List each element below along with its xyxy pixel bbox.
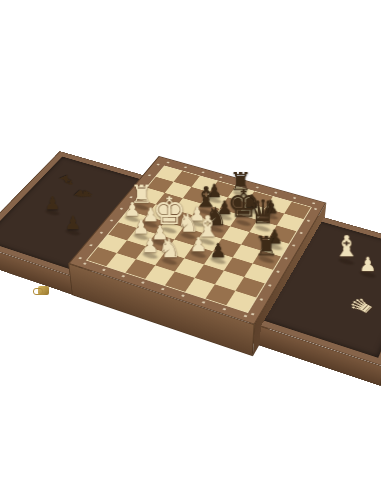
frame-inlay-dot <box>181 294 185 297</box>
frame-inlay-dot <box>161 288 165 291</box>
frame-inlay-dot <box>89 244 93 247</box>
frame-inlay-dot <box>78 257 82 260</box>
frame-inlay-dot <box>184 166 188 168</box>
product-photo: ♜♟♟♟♚♞♝♟♟♟♟♞♜♟♟♟♝♟♚♛♞♟♜♟♝♞♟♟♝♟♛ <box>0 0 381 492</box>
frame-inlay-dot <box>121 275 125 278</box>
black-pawn-glyph: ♟ <box>24 194 81 212</box>
frame-inlay-dot <box>201 171 205 173</box>
black-pawn-glyph: ♟ <box>44 214 102 232</box>
frame-inlay-dot <box>307 220 311 223</box>
frame-inlay-dot <box>141 281 145 284</box>
frame-inlay-dot <box>243 315 247 318</box>
frame-inlay-dot <box>102 268 106 271</box>
frame-inlay-dot <box>166 161 170 163</box>
frame-inlay-dot <box>148 174 152 176</box>
square-a1 <box>87 247 116 266</box>
frame-inlay-dot <box>268 284 272 287</box>
frame-inlay-dot <box>251 313 255 316</box>
scene: ♜♟♟♟♚♞♝♟♟♟♟♞♜♟♟♟♝♟♚♛♞♟♜♟♝♞♟♟♝♟♛ <box>0 0 381 492</box>
brass-clasp <box>33 284 50 296</box>
frame-inlay-dot <box>276 270 280 273</box>
white-pawn-glyph: ♟ <box>337 255 381 274</box>
frame-inlay-dot <box>156 164 160 166</box>
frame-inlay-dot <box>83 262 87 265</box>
frame-inlay-dot <box>259 298 263 301</box>
frame-inlay-dot <box>99 231 103 234</box>
brass-clasp-hook <box>33 288 43 295</box>
white-knight-glyph: ♞ <box>138 235 200 261</box>
frame-inlay-dot <box>314 208 318 210</box>
frame-inlay-dot <box>201 301 205 304</box>
frame-inlay-dot <box>312 202 316 204</box>
frame-inlay-dot <box>222 308 226 311</box>
